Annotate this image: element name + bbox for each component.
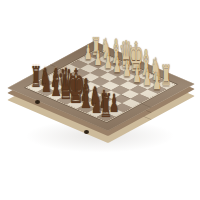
piece-white-pawn[interactable]: ♟ bbox=[151, 79, 163, 93]
pieces-overlay: ♜♞♝♛♚♝♞♜♟♟♟♟♟♟♟♟♟♟♟♟♟♟♟♟♜♞♝♛♚♝♞♜ bbox=[0, 0, 200, 200]
product-photo-stage: ♜♞♝♛♚♝♞♜♟♟♟♟♟♟♟♟♟♟♟♟♟♟♟♟♜♞♝♛♚♝♞♜ bbox=[0, 0, 200, 200]
clasp-knob-icon bbox=[35, 100, 40, 104]
clasp-knob-icon bbox=[84, 130, 89, 134]
pawn-glyph: ♟ bbox=[113, 55, 121, 76]
rook-glyph: ♜ bbox=[100, 90, 112, 123]
pawn-glyph: ♟ bbox=[104, 51, 112, 72]
pawn-glyph: ♟ bbox=[153, 70, 162, 93]
pawn-glyph: ♟ bbox=[94, 48, 102, 68]
pawn-glyph: ♟ bbox=[123, 59, 131, 81]
pawn-glyph: ♟ bbox=[133, 63, 141, 85]
piece-black-rook[interactable]: ♜ bbox=[97, 102, 114, 121]
